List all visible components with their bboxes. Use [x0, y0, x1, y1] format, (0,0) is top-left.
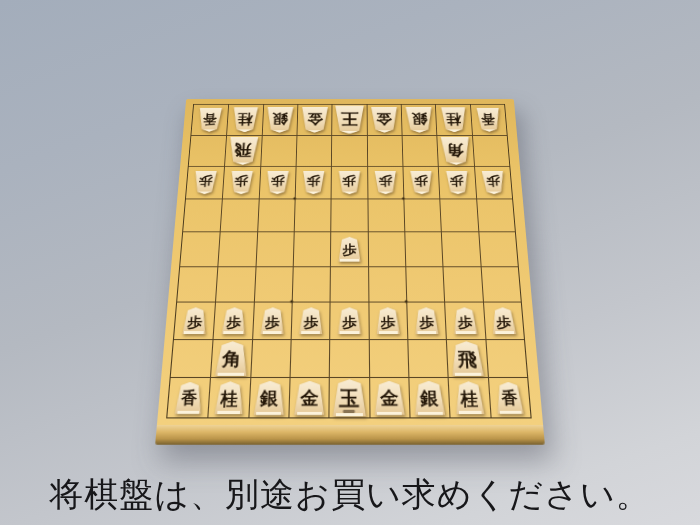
- board-square: 歩: [483, 302, 524, 339]
- board-square: 歩: [367, 166, 404, 198]
- board-square: 歩: [186, 166, 224, 198]
- shogi-piece-gote-歩: 歩: [230, 171, 253, 194]
- board-square: [171, 339, 213, 377]
- board-square: 香: [191, 105, 228, 135]
- board-square: [177, 266, 218, 302]
- board-square: 歩: [222, 166, 260, 198]
- piece-wrap: 銀: [253, 381, 285, 415]
- shogi-piece-gote-歩: 歩: [338, 171, 360, 194]
- piece-wrap: 歩: [193, 171, 217, 194]
- piece-wrap: 金: [293, 381, 325, 415]
- shogi-piece-sente-銀: 銀: [253, 381, 285, 415]
- board-square: 金: [288, 377, 329, 417]
- board-square: 歩: [252, 302, 292, 339]
- piece-kanji: 歩: [307, 176, 321, 188]
- shogi-piece-sente-歩: 歩: [338, 237, 361, 262]
- piece-kanji: 歩: [486, 176, 500, 188]
- board-square: 桂: [208, 377, 250, 417]
- piece-kanji: 金: [380, 390, 399, 408]
- piece-kanji: 香: [501, 391, 518, 407]
- board-square: [480, 266, 521, 302]
- board-square: 飛: [224, 135, 261, 166]
- piece-wrap: 銀: [405, 107, 433, 133]
- board-square: 歩: [444, 302, 485, 339]
- board-front-edge: [155, 425, 545, 445]
- board-square: [296, 135, 332, 166]
- board-square: [368, 266, 406, 302]
- board-square: 角: [210, 339, 251, 377]
- piece-kanji: 金: [307, 112, 323, 126]
- shogi-piece-sente-金: 金: [374, 381, 406, 415]
- piece-wrap: 歩: [230, 171, 253, 194]
- board-square: 金: [366, 105, 401, 135]
- board-square: 歩: [213, 302, 254, 339]
- board-square: 歩: [330, 232, 367, 267]
- piece-kanji: 歩: [342, 315, 357, 329]
- piece-wrap: 歩: [338, 237, 361, 262]
- board-square: 飛: [446, 339, 487, 377]
- shogi-piece-gote-歩: 歩: [302, 171, 325, 194]
- piece-wrap: 桂: [454, 381, 485, 414]
- shogi-board: 香桂銀金王金銀桂香飛角歩歩歩歩歩歩歩歩歩歩歩歩歩歩歩歩歩歩歩角飛香桂銀金玉金銀桂…: [155, 99, 545, 445]
- piece-kanji: 歩: [343, 176, 357, 188]
- shogi-piece-gote-香: 香: [476, 108, 501, 132]
- board-square: [443, 266, 483, 302]
- shogi-piece-gote-金: 金: [301, 107, 328, 133]
- shogi-piece-gote-王: 王: [335, 106, 365, 134]
- piece-wrap: 歩: [446, 171, 469, 194]
- star-point: [405, 300, 408, 303]
- shogi-piece-gote-金: 金: [371, 107, 398, 133]
- star-point: [402, 197, 405, 200]
- shogi-piece-gote-飛: 飛: [228, 137, 259, 165]
- piece-kanji: 金: [300, 390, 319, 408]
- board-square: [476, 198, 515, 231]
- piece-kanji: 歩: [414, 176, 428, 188]
- board-square: 桂: [226, 105, 262, 135]
- shogi-piece-sente-桂: 桂: [454, 381, 485, 414]
- piece-kanji: 歩: [265, 315, 280, 329]
- shogi-piece-sente-玉: 玉: [332, 379, 367, 416]
- piece-wrap: 歩: [260, 307, 285, 334]
- piece-kanji: 歩: [304, 315, 319, 329]
- shogi-piece-gote-歩: 歩: [410, 171, 433, 194]
- board-square: [294, 198, 331, 231]
- shogi-piece-sente-歩: 歩: [453, 307, 478, 334]
- shogi-piece-sente-歩: 歩: [182, 307, 208, 334]
- piece-wrap: 歩: [491, 307, 517, 334]
- board-square: 歩: [291, 302, 330, 339]
- piece-wrap: 歩: [338, 171, 360, 194]
- board-square: [330, 266, 368, 302]
- shogi-piece-sente-歩: 歩: [491, 307, 517, 334]
- board-square: [472, 135, 510, 166]
- board-square: 歩: [474, 166, 512, 198]
- board-square: 歩: [331, 166, 367, 198]
- piece-kanji: 桂: [460, 390, 478, 407]
- piece-wrap: 桂: [232, 107, 259, 132]
- piece-wrap: 銀: [266, 107, 294, 133]
- board-square: 香: [488, 377, 531, 417]
- board-square: 歩: [330, 302, 369, 339]
- shogi-piece-gote-桂: 桂: [441, 107, 468, 132]
- board-square: 歩: [258, 166, 295, 198]
- piece-wrap: 香: [174, 382, 203, 414]
- piece-kanji: 玉: [339, 389, 359, 409]
- caption-text: 将棋盤は、別途お買い求めください。: [0, 472, 700, 518]
- board-square: [255, 232, 293, 267]
- board-square: 歩: [295, 166, 332, 198]
- board-square: 玉: [329, 377, 369, 417]
- piece-wrap: 玉: [332, 379, 367, 416]
- piece-wrap: 歩: [302, 171, 325, 194]
- star-point: [290, 300, 293, 303]
- piece-kanji: 銀: [272, 112, 288, 126]
- piece-wrap: 飛: [228, 137, 259, 165]
- board-square: 歩: [368, 302, 407, 339]
- piece-kanji: 金: [376, 112, 392, 126]
- piece-kanji: 歩: [342, 244, 356, 257]
- board-square: [405, 266, 444, 302]
- piece-kanji: 飛: [457, 350, 477, 368]
- board-square: [407, 339, 448, 377]
- board-square: [440, 198, 478, 231]
- board-square: [331, 198, 368, 231]
- board-square: [485, 339, 527, 377]
- piece-wrap: 角: [440, 137, 471, 165]
- board-square: [220, 198, 258, 231]
- shogi-piece-gote-歩: 歩: [446, 171, 469, 194]
- piece-kanji: 香: [203, 113, 218, 125]
- shogi-piece-sente-桂: 桂: [214, 381, 245, 414]
- piece-kanji: 桂: [238, 112, 254, 125]
- piece-kanji: 歩: [235, 176, 249, 188]
- board-grid: 香桂銀金王金銀桂香飛角歩歩歩歩歩歩歩歩歩歩歩歩歩歩歩歩歩歩歩角飛香桂銀金玉金銀桂…: [166, 104, 532, 419]
- shogi-piece-sente-香: 香: [174, 382, 203, 414]
- shogi-piece-sente-香: 香: [495, 382, 524, 414]
- shogi-piece-sente-歩: 歩: [376, 307, 400, 334]
- piece-kanji: 角: [447, 142, 465, 157]
- piece-kanji: 銀: [420, 390, 439, 408]
- piece-wrap: 歩: [338, 307, 362, 334]
- board-square: 銀: [408, 377, 449, 417]
- piece-kanji: 香: [481, 113, 496, 125]
- board-square: [368, 339, 408, 377]
- shogi-piece-sente-歩: 歩: [414, 307, 439, 334]
- piece-kanji: 王: [341, 111, 359, 126]
- piece-kanji: 歩: [187, 315, 203, 329]
- board-square: [367, 232, 405, 267]
- shogi-piece-sente-歩: 歩: [338, 307, 362, 334]
- piece-wrap: 香: [197, 108, 222, 132]
- board-surface: 香桂銀金王金銀桂香飛角歩歩歩歩歩歩歩歩歩歩歩歩歩歩歩歩歩歩歩角飛香桂銀金玉金銀桂…: [157, 99, 543, 425]
- piece-wrap: 香: [495, 382, 524, 414]
- piece-wrap: 歩: [374, 171, 397, 194]
- piece-wrap: 金: [301, 107, 328, 133]
- piece-wrap: 歩: [414, 307, 439, 334]
- maker-signature-mark: [344, 410, 356, 413]
- piece-kanji: 香: [180, 391, 197, 407]
- piece-wrap: 歩: [182, 307, 208, 334]
- shogi-piece-gote-銀: 銀: [266, 107, 294, 133]
- piece-wrap: 歩: [221, 307, 246, 334]
- piece-kanji: 歩: [226, 315, 241, 329]
- board-square: [441, 232, 480, 267]
- piece-wrap: 歩: [410, 171, 433, 194]
- piece-kanji: 歩: [379, 176, 393, 188]
- shogi-piece-sente-銀: 銀: [413, 381, 445, 415]
- piece-wrap: 銀: [413, 381, 445, 415]
- piece-wrap: 歩: [376, 307, 400, 334]
- piece-kanji: 歩: [458, 315, 473, 329]
- shogi-piece-sente-歩: 歩: [299, 307, 323, 334]
- board-square: [331, 135, 367, 166]
- product-photo: 香桂銀金王金銀桂香飛角歩歩歩歩歩歩歩歩歩歩歩歩歩歩歩歩歩歩歩角飛香桂銀金玉金銀桂…: [0, 0, 700, 525]
- board-square: [478, 232, 518, 267]
- shogi-piece-sente-金: 金: [293, 381, 325, 415]
- piece-wrap: 金: [374, 381, 406, 415]
- board-square: [367, 198, 404, 231]
- board-square: 香: [470, 105, 507, 135]
- board-square: [183, 198, 222, 231]
- board-square: [292, 266, 331, 302]
- shogi-piece-gote-歩: 歩: [193, 171, 217, 194]
- shogi-piece-gote-銀: 銀: [405, 107, 433, 133]
- shogi-piece-sente-歩: 歩: [260, 307, 285, 334]
- board-square: [218, 232, 257, 267]
- piece-wrap: 香: [476, 108, 501, 132]
- board-square: 歩: [406, 302, 446, 339]
- board-square: 歩: [174, 302, 215, 339]
- board-square: [260, 135, 297, 166]
- board-square: [404, 232, 442, 267]
- piece-wrap: 飛: [450, 341, 485, 376]
- board-square: [180, 232, 220, 267]
- board-square: [250, 339, 291, 377]
- piece-kanji: 銀: [411, 112, 427, 126]
- shogi-piece-gote-歩: 歩: [481, 171, 505, 194]
- board-square: 歩: [402, 166, 439, 198]
- shogi-piece-sente-飛: 飛: [450, 341, 485, 376]
- shogi-piece-sente-歩: 歩: [221, 307, 246, 334]
- shogi-piece-gote-角: 角: [440, 137, 471, 165]
- piece-wrap: 歩: [481, 171, 505, 194]
- piece-kanji: 桂: [220, 390, 238, 407]
- shogi-piece-sente-角: 角: [214, 341, 249, 376]
- board-square: 桂: [448, 377, 490, 417]
- piece-wrap: 角: [214, 341, 249, 376]
- board-square: 金: [369, 377, 410, 417]
- shogi-piece-gote-桂: 桂: [232, 107, 259, 132]
- board-square: 香: [167, 377, 210, 417]
- piece-kanji: 歩: [381, 315, 396, 329]
- piece-kanji: 桂: [446, 112, 462, 125]
- shogi-piece-gote-歩: 歩: [266, 171, 289, 194]
- board-square: [329, 339, 369, 377]
- piece-kanji: 飛: [235, 142, 253, 157]
- piece-kanji: 歩: [450, 176, 464, 188]
- shogi-piece-gote-香: 香: [197, 108, 222, 132]
- board-square: [215, 266, 255, 302]
- board-square: 王: [332, 105, 367, 135]
- piece-wrap: 王: [335, 106, 365, 134]
- board-square: [254, 266, 293, 302]
- board-square: 銀: [248, 377, 290, 417]
- piece-wrap: 桂: [214, 381, 245, 414]
- board-square: [403, 198, 441, 231]
- board-square: 角: [437, 135, 474, 166]
- piece-kanji: 歩: [496, 315, 511, 329]
- piece-wrap: 歩: [266, 171, 289, 194]
- board-square: [402, 135, 438, 166]
- shogi-piece-gote-歩: 歩: [374, 171, 397, 194]
- board-square: [290, 339, 330, 377]
- piece-kanji: 歩: [198, 176, 212, 188]
- piece-wrap: 桂: [441, 107, 468, 132]
- board-square: 歩: [438, 166, 476, 198]
- piece-kanji: 歩: [419, 315, 434, 329]
- piece-kanji: 歩: [271, 176, 285, 188]
- board-square: [189, 135, 227, 166]
- board-square: [293, 232, 331, 267]
- board-square: [257, 198, 295, 231]
- board-square: 銀: [261, 105, 297, 135]
- piece-wrap: 歩: [453, 307, 478, 334]
- piece-wrap: 金: [371, 107, 398, 133]
- board-square: 銀: [401, 105, 437, 135]
- piece-wrap: 歩: [299, 307, 323, 334]
- piece-kanji: 角: [222, 350, 242, 368]
- board-square: [367, 135, 403, 166]
- piece-kanji: 銀: [260, 390, 279, 408]
- board-square: 金: [297, 105, 332, 135]
- board-square: 桂: [435, 105, 471, 135]
